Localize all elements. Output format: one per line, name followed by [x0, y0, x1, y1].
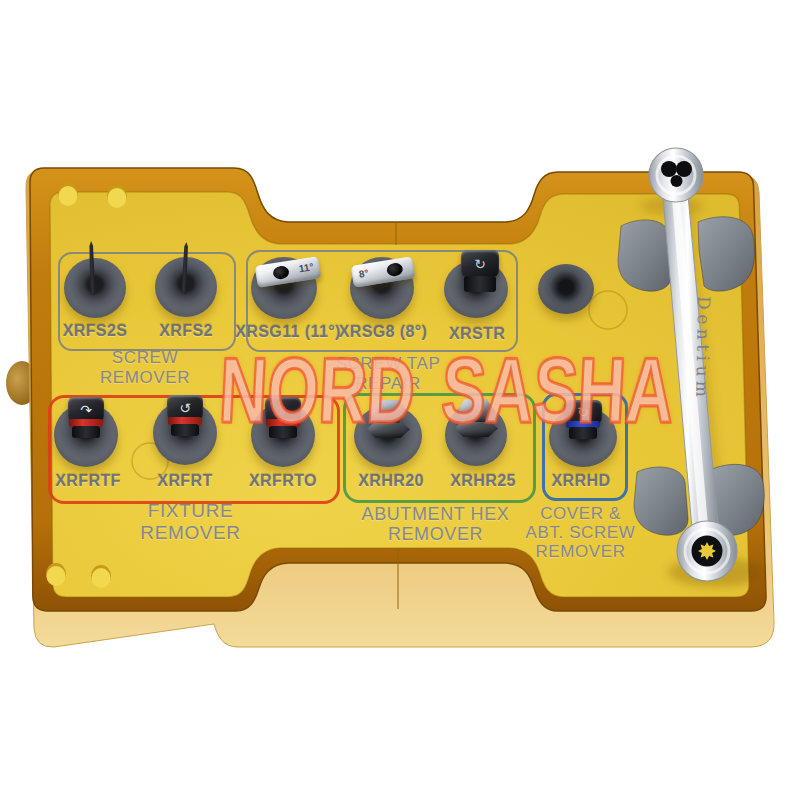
watermark-text: NORD SASHA	[217, 344, 676, 436]
scene: 11° 8° ↻ ↷ ↺ ∞ ↻ XRFS2S XRFS	[0, 0, 800, 800]
rubber-clip-bottom-left	[634, 467, 688, 535]
brand-text: Dentium	[692, 296, 714, 402]
rubber-clip-top-left	[618, 220, 672, 291]
spline-bore-center	[698, 542, 716, 560]
rubber-clip-top-right	[698, 217, 755, 291]
